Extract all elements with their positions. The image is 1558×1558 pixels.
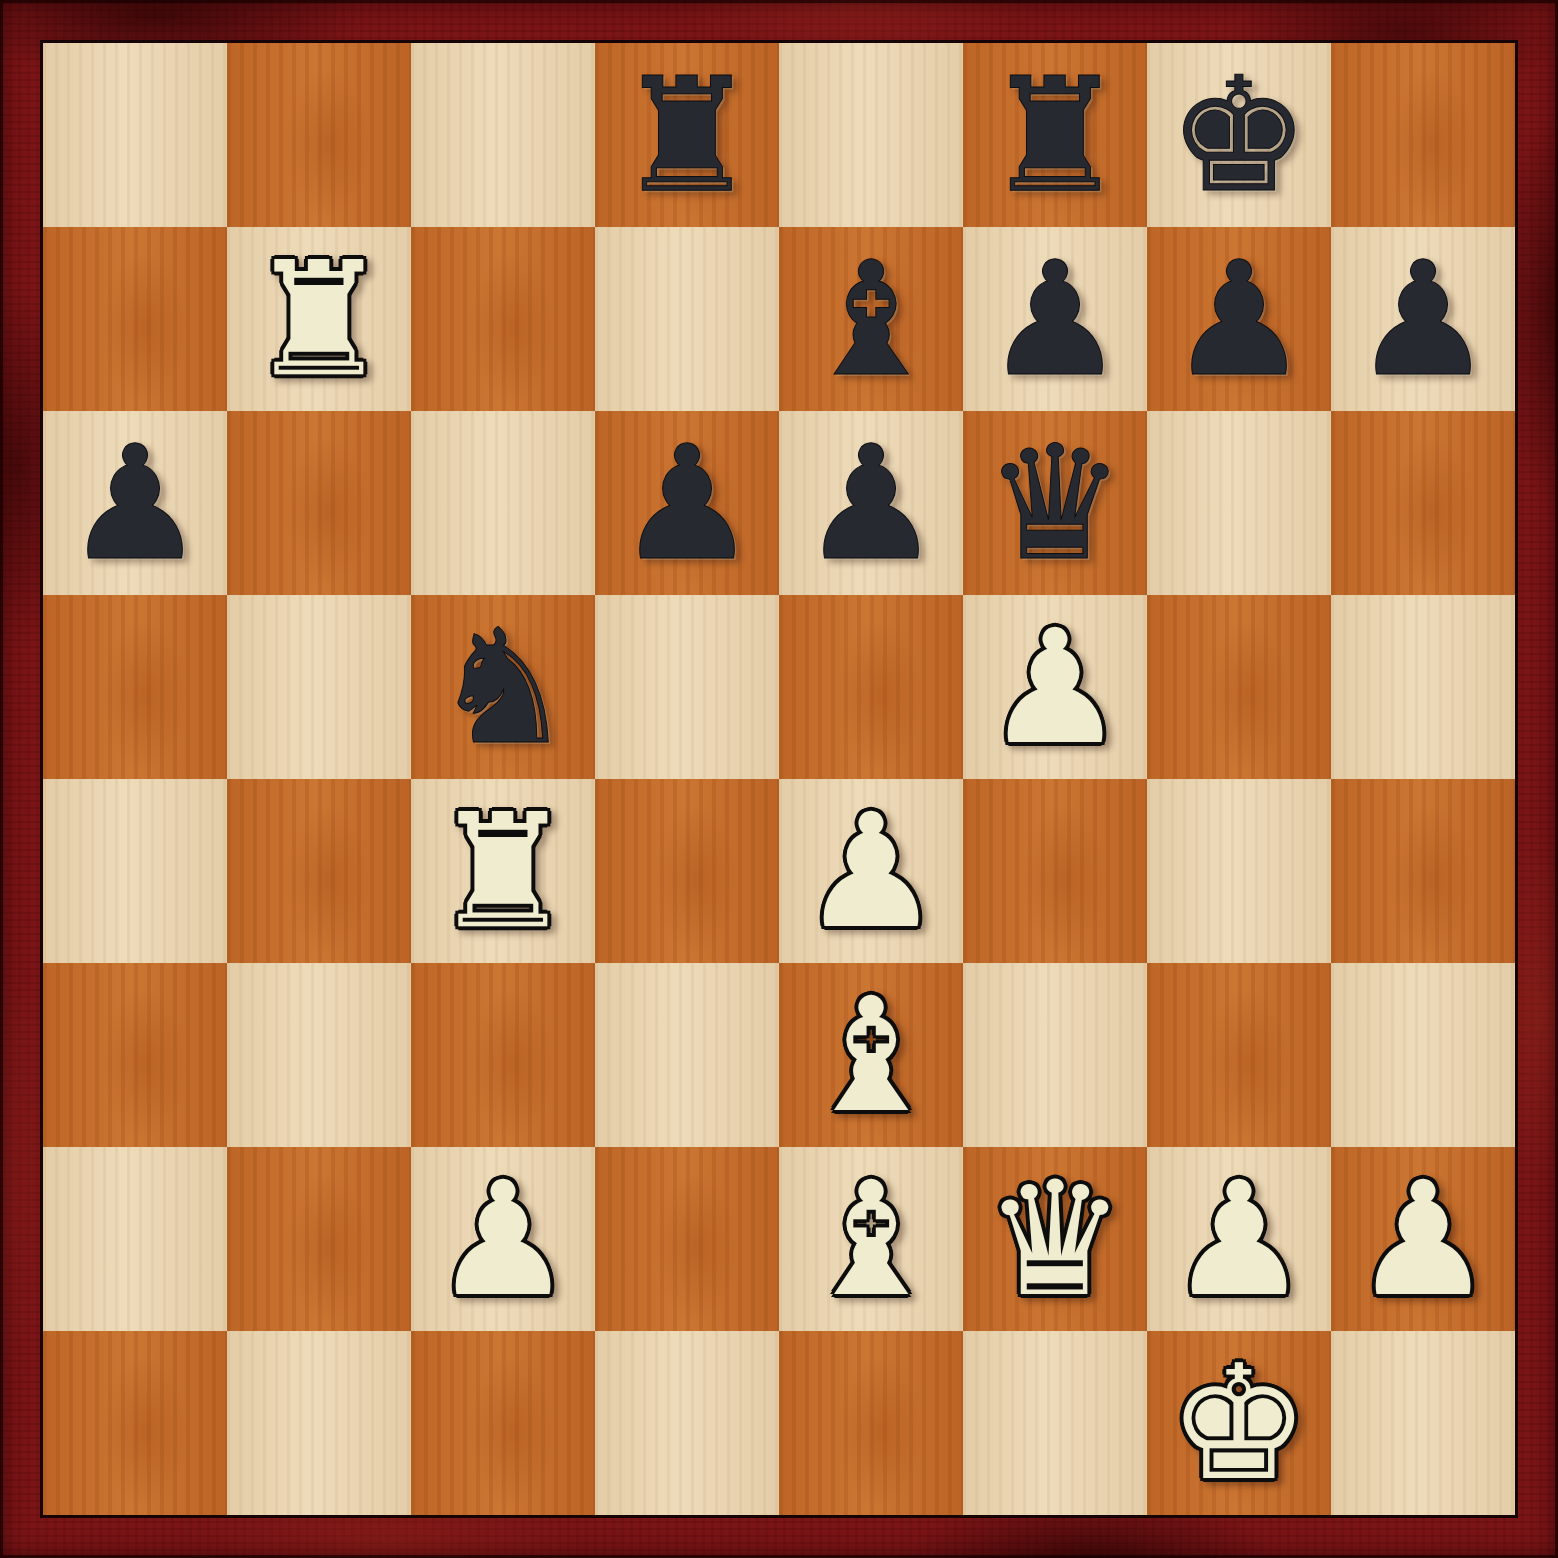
square-g5[interactable] bbox=[1147, 595, 1331, 779]
square-a2[interactable] bbox=[43, 1147, 227, 1331]
square-d8[interactable]: ♜ bbox=[595, 43, 779, 227]
chess-board: ♜♜♚♜♝♟♟♟♟♟♟♛♞♟♜♟♝♟♝♛♟♟♚ bbox=[40, 40, 1518, 1518]
piece-black-knight-c5[interactable]: ♞ bbox=[432, 608, 574, 766]
square-f5[interactable]: ♟ bbox=[963, 595, 1147, 779]
square-f1[interactable] bbox=[963, 1331, 1147, 1515]
square-a5[interactable] bbox=[43, 595, 227, 779]
piece-white-pawn-e4[interactable]: ♟ bbox=[800, 792, 942, 950]
square-e2[interactable]: ♝ bbox=[779, 1147, 963, 1331]
piece-black-rook-d8[interactable]: ♜ bbox=[616, 56, 758, 214]
square-e3[interactable]: ♝ bbox=[779, 963, 963, 1147]
square-d3[interactable] bbox=[595, 963, 779, 1147]
square-e4[interactable]: ♟ bbox=[779, 779, 963, 963]
piece-black-rook-f8[interactable]: ♜ bbox=[984, 56, 1126, 214]
piece-black-king-g8[interactable]: ♚ bbox=[1168, 56, 1310, 214]
square-h2[interactable]: ♟ bbox=[1331, 1147, 1515, 1331]
square-g6[interactable] bbox=[1147, 411, 1331, 595]
square-c1[interactable] bbox=[411, 1331, 595, 1515]
square-f2[interactable]: ♛ bbox=[963, 1147, 1147, 1331]
square-f6[interactable]: ♛ bbox=[963, 411, 1147, 595]
square-e6[interactable]: ♟ bbox=[779, 411, 963, 595]
piece-white-pawn-f5[interactable]: ♟ bbox=[984, 608, 1126, 766]
square-g3[interactable] bbox=[1147, 963, 1331, 1147]
piece-black-pawn-e6[interactable]: ♟ bbox=[800, 424, 942, 582]
square-a3[interactable] bbox=[43, 963, 227, 1147]
piece-white-bishop-e2[interactable]: ♝ bbox=[800, 1160, 942, 1318]
square-b4[interactable] bbox=[227, 779, 411, 963]
square-c4[interactable]: ♜ bbox=[411, 779, 595, 963]
square-h7[interactable]: ♟ bbox=[1331, 227, 1515, 411]
square-h3[interactable] bbox=[1331, 963, 1515, 1147]
piece-black-queen-f6[interactable]: ♛ bbox=[984, 424, 1126, 582]
square-d7[interactable] bbox=[595, 227, 779, 411]
square-g4[interactable] bbox=[1147, 779, 1331, 963]
square-g2[interactable]: ♟ bbox=[1147, 1147, 1331, 1331]
square-c7[interactable] bbox=[411, 227, 595, 411]
square-a4[interactable] bbox=[43, 779, 227, 963]
square-b6[interactable] bbox=[227, 411, 411, 595]
square-g1[interactable]: ♚ bbox=[1147, 1331, 1331, 1515]
square-b5[interactable] bbox=[227, 595, 411, 779]
square-e1[interactable] bbox=[779, 1331, 963, 1515]
square-c8[interactable] bbox=[411, 43, 595, 227]
square-e7[interactable]: ♝ bbox=[779, 227, 963, 411]
square-g8[interactable]: ♚ bbox=[1147, 43, 1331, 227]
square-b2[interactable] bbox=[227, 1147, 411, 1331]
square-d2[interactable] bbox=[595, 1147, 779, 1331]
piece-white-rook-b7[interactable]: ♜ bbox=[248, 240, 390, 398]
square-d1[interactable] bbox=[595, 1331, 779, 1515]
square-c3[interactable] bbox=[411, 963, 595, 1147]
square-c2[interactable]: ♟ bbox=[411, 1147, 595, 1331]
piece-black-pawn-d6[interactable]: ♟ bbox=[616, 424, 758, 582]
square-f8[interactable]: ♜ bbox=[963, 43, 1147, 227]
square-f7[interactable]: ♟ bbox=[963, 227, 1147, 411]
square-d6[interactable]: ♟ bbox=[595, 411, 779, 595]
piece-white-pawn-c2[interactable]: ♟ bbox=[432, 1160, 574, 1318]
square-b8[interactable] bbox=[227, 43, 411, 227]
square-d4[interactable] bbox=[595, 779, 779, 963]
square-c5[interactable]: ♞ bbox=[411, 595, 595, 779]
square-b7[interactable]: ♜ bbox=[227, 227, 411, 411]
square-h8[interactable] bbox=[1331, 43, 1515, 227]
square-c6[interactable] bbox=[411, 411, 595, 595]
piece-black-pawn-f7[interactable]: ♟ bbox=[984, 240, 1126, 398]
square-a6[interactable]: ♟ bbox=[43, 411, 227, 595]
square-a7[interactable] bbox=[43, 227, 227, 411]
piece-white-rook-c4[interactable]: ♜ bbox=[432, 792, 574, 950]
square-b3[interactable] bbox=[227, 963, 411, 1147]
piece-black-bishop-e7[interactable]: ♝ bbox=[800, 240, 942, 398]
square-a1[interactable] bbox=[43, 1331, 227, 1515]
square-h6[interactable] bbox=[1331, 411, 1515, 595]
square-h4[interactable] bbox=[1331, 779, 1515, 963]
board-frame: ♜♜♚♜♝♟♟♟♟♟♟♛♞♟♜♟♝♟♝♛♟♟♚ bbox=[0, 0, 1558, 1558]
square-a8[interactable] bbox=[43, 43, 227, 227]
piece-black-pawn-g7[interactable]: ♟ bbox=[1168, 240, 1310, 398]
square-e5[interactable] bbox=[779, 595, 963, 779]
square-d5[interactable] bbox=[595, 595, 779, 779]
piece-white-king-g1[interactable]: ♚ bbox=[1168, 1344, 1310, 1502]
square-f3[interactable] bbox=[963, 963, 1147, 1147]
piece-white-pawn-h2[interactable]: ♟ bbox=[1352, 1160, 1494, 1318]
square-f4[interactable] bbox=[963, 779, 1147, 963]
piece-black-pawn-h7[interactable]: ♟ bbox=[1352, 240, 1494, 398]
piece-black-pawn-a6[interactable]: ♟ bbox=[64, 424, 206, 582]
square-e8[interactable] bbox=[779, 43, 963, 227]
square-b1[interactable] bbox=[227, 1331, 411, 1515]
square-g7[interactable]: ♟ bbox=[1147, 227, 1331, 411]
piece-white-bishop-e3[interactable]: ♝ bbox=[800, 976, 942, 1134]
square-h1[interactable] bbox=[1331, 1331, 1515, 1515]
piece-white-pawn-g2[interactable]: ♟ bbox=[1168, 1160, 1310, 1318]
square-h5[interactable] bbox=[1331, 595, 1515, 779]
piece-white-queen-f2[interactable]: ♛ bbox=[984, 1160, 1126, 1318]
